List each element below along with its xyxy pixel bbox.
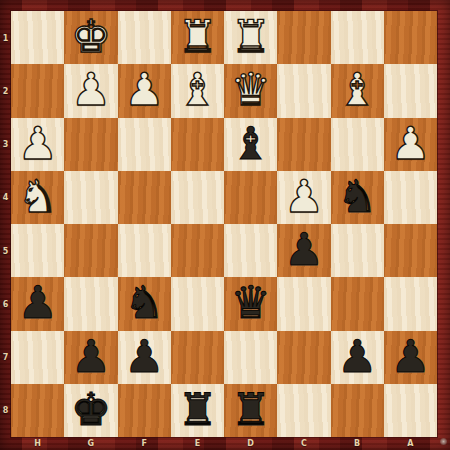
square-b7[interactable]: ♟ bbox=[331, 331, 384, 384]
square-g4[interactable] bbox=[64, 171, 117, 224]
square-d3[interactable]: ♝ bbox=[224, 118, 277, 171]
piece-white-pawn-h3[interactable]: ♟ bbox=[17, 121, 57, 166]
square-a4[interactable] bbox=[384, 171, 437, 224]
file-label-b: B bbox=[330, 437, 384, 450]
piece-black-pawn-a7[interactable]: ♟ bbox=[390, 334, 430, 379]
square-f4[interactable] bbox=[118, 171, 171, 224]
piece-black-pawn-h6[interactable]: ♟ bbox=[17, 280, 57, 325]
piece-white-queen-d2[interactable]: ♛ bbox=[230, 67, 270, 112]
piece-white-pawn-f2[interactable]: ♟ bbox=[124, 67, 164, 112]
piece-black-pawn-f7[interactable]: ♟ bbox=[124, 334, 164, 379]
square-e5[interactable] bbox=[171, 224, 224, 277]
file-label-f: F bbox=[117, 437, 171, 450]
piece-white-pawn-a3[interactable]: ♟ bbox=[390, 121, 430, 166]
square-c2[interactable] bbox=[277, 64, 330, 117]
square-g8[interactable]: ♚ bbox=[64, 384, 117, 437]
square-c4[interactable]: ♟ bbox=[277, 171, 330, 224]
piece-black-pawn-g7[interactable]: ♟ bbox=[71, 334, 111, 379]
square-e1[interactable]: ♜ bbox=[171, 11, 224, 64]
rank-label-2: 2 bbox=[0, 86, 11, 95]
piece-white-pawn-c4[interactable]: ♟ bbox=[284, 174, 324, 219]
square-h1[interactable] bbox=[11, 11, 64, 64]
square-a6[interactable] bbox=[384, 277, 437, 330]
square-e2[interactable]: ♝ bbox=[171, 64, 224, 117]
square-d4[interactable] bbox=[224, 171, 277, 224]
square-g5[interactable] bbox=[64, 224, 117, 277]
rank-label-7: 7 bbox=[0, 353, 11, 362]
rank-label-3: 3 bbox=[0, 140, 11, 149]
square-e8[interactable]: ♜ bbox=[171, 384, 224, 437]
square-h7[interactable] bbox=[11, 331, 64, 384]
piece-white-bishop-b2[interactable]: ♝ bbox=[337, 67, 377, 112]
square-g2[interactable]: ♟ bbox=[64, 64, 117, 117]
square-c3[interactable] bbox=[277, 118, 330, 171]
square-f7[interactable]: ♟ bbox=[118, 331, 171, 384]
file-label-c: C bbox=[277, 437, 331, 450]
square-c1[interactable] bbox=[277, 11, 330, 64]
rank-label-8: 8 bbox=[0, 406, 11, 415]
square-c6[interactable] bbox=[277, 277, 330, 330]
square-d2[interactable]: ♛ bbox=[224, 64, 277, 117]
square-a2[interactable] bbox=[384, 64, 437, 117]
corner-dot bbox=[440, 438, 447, 445]
square-h3[interactable]: ♟ bbox=[11, 118, 64, 171]
rank-label-5: 5 bbox=[0, 246, 11, 255]
square-g6[interactable] bbox=[64, 277, 117, 330]
square-d5[interactable] bbox=[224, 224, 277, 277]
piece-white-pawn-g2[interactable]: ♟ bbox=[71, 67, 111, 112]
piece-black-knight-b4[interactable]: ♞ bbox=[337, 174, 377, 219]
file-label-d: D bbox=[224, 437, 278, 450]
square-h8[interactable] bbox=[11, 384, 64, 437]
piece-white-rook-e1[interactable]: ♜ bbox=[177, 14, 217, 59]
file-label-a: A bbox=[383, 437, 437, 450]
piece-black-queen-d6[interactable]: ♛ bbox=[230, 280, 270, 325]
piece-black-rook-e8[interactable]: ♜ bbox=[177, 387, 217, 432]
square-b5[interactable] bbox=[331, 224, 384, 277]
square-b1[interactable] bbox=[331, 11, 384, 64]
square-d1[interactable]: ♜ bbox=[224, 11, 277, 64]
piece-white-king-g1[interactable]: ♚ bbox=[71, 14, 111, 59]
piece-white-rook-d1[interactable]: ♜ bbox=[230, 14, 270, 59]
piece-black-bishop-d3[interactable]: ♝ bbox=[230, 121, 270, 166]
square-a3[interactable]: ♟ bbox=[384, 118, 437, 171]
piece-white-knight-h4[interactable]: ♞ bbox=[17, 174, 57, 219]
square-e4[interactable] bbox=[171, 171, 224, 224]
square-h2[interactable] bbox=[11, 64, 64, 117]
file-label-h: H bbox=[11, 437, 65, 450]
square-f3[interactable] bbox=[118, 118, 171, 171]
square-e7[interactable] bbox=[171, 331, 224, 384]
square-e6[interactable] bbox=[171, 277, 224, 330]
square-g7[interactable]: ♟ bbox=[64, 331, 117, 384]
square-c5[interactable]: ♟ bbox=[277, 224, 330, 277]
square-b2[interactable]: ♝ bbox=[331, 64, 384, 117]
square-g3[interactable] bbox=[64, 118, 117, 171]
square-a1[interactable] bbox=[384, 11, 437, 64]
square-d6[interactable]: ♛ bbox=[224, 277, 277, 330]
square-d8[interactable]: ♜ bbox=[224, 384, 277, 437]
piece-black-knight-f6[interactable]: ♞ bbox=[124, 280, 164, 325]
square-f8[interactable] bbox=[118, 384, 171, 437]
square-c7[interactable] bbox=[277, 331, 330, 384]
rank-label-4: 4 bbox=[0, 193, 11, 202]
square-h5[interactable] bbox=[11, 224, 64, 277]
piece-white-bishop-e2[interactable]: ♝ bbox=[177, 67, 217, 112]
piece-black-pawn-c5[interactable]: ♟ bbox=[284, 227, 324, 272]
square-b6[interactable] bbox=[331, 277, 384, 330]
square-a8[interactable] bbox=[384, 384, 437, 437]
square-h4[interactable]: ♞ bbox=[11, 171, 64, 224]
piece-black-rook-d8[interactable]: ♜ bbox=[230, 387, 270, 432]
square-f2[interactable]: ♟ bbox=[118, 64, 171, 117]
file-label-g: G bbox=[64, 437, 118, 450]
square-e3[interactable] bbox=[171, 118, 224, 171]
square-g1[interactable]: ♚ bbox=[64, 11, 117, 64]
square-f6[interactable]: ♞ bbox=[118, 277, 171, 330]
square-b8[interactable] bbox=[331, 384, 384, 437]
square-b3[interactable] bbox=[331, 118, 384, 171]
rank-label-1: 1 bbox=[0, 33, 11, 42]
square-a5[interactable] bbox=[384, 224, 437, 277]
square-f1[interactable] bbox=[118, 11, 171, 64]
chess-board-frame: ♚♜♜♟♟♝♛♝♟♝♟♞♟♞♟♟♞♛♟♟♟♟♚♜♜ 12345678HGFEDC… bbox=[0, 0, 450, 450]
square-h6[interactable]: ♟ bbox=[11, 277, 64, 330]
square-c8[interactable] bbox=[277, 384, 330, 437]
square-b4[interactable]: ♞ bbox=[331, 171, 384, 224]
chess-board: ♚♜♜♟♟♝♛♝♟♝♟♞♟♞♟♟♞♛♟♟♟♟♚♜♜ bbox=[11, 11, 437, 437]
rank-label-6: 6 bbox=[0, 299, 11, 308]
piece-black-king-g8[interactable]: ♚ bbox=[71, 387, 111, 432]
file-label-e: E bbox=[170, 437, 224, 450]
piece-black-pawn-b7[interactable]: ♟ bbox=[337, 334, 377, 379]
square-d7[interactable] bbox=[224, 331, 277, 384]
square-f5[interactable] bbox=[118, 224, 171, 277]
square-a7[interactable]: ♟ bbox=[384, 331, 437, 384]
